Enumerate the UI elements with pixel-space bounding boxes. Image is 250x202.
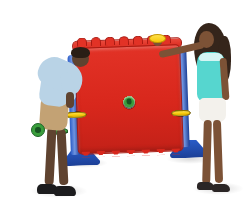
boy-leg — [44, 127, 56, 185]
boy-hair — [71, 47, 90, 58]
top-rail-bump — [119, 36, 129, 45]
girl-head — [199, 31, 214, 48]
boy-leg — [57, 129, 69, 185]
girl-held-yellow-disc — [149, 34, 166, 43]
boy-shoe — [54, 186, 76, 196]
top-rail-bump — [105, 36, 115, 45]
connect-four-product-photo — [0, 0, 250, 202]
boy-forearm — [66, 92, 74, 108]
girl-shorts — [199, 98, 226, 122]
boy-held-green-disc — [31, 123, 45, 137]
boy-player — [0, 0, 100, 202]
girl-leg — [213, 120, 223, 183]
girl-player — [140, 0, 250, 202]
girl-sandal — [212, 184, 230, 192]
disc-green — [123, 96, 134, 107]
girl-leg — [202, 120, 212, 184]
